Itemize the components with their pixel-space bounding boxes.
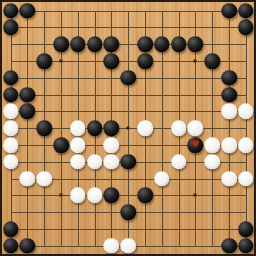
- black-stone: [137, 188, 153, 204]
- grid-line-vertical: [229, 11, 230, 246]
- black-stone: [221, 70, 237, 86]
- white-stone: [104, 137, 120, 153]
- white-stone: [3, 104, 19, 120]
- black-stone: [238, 20, 254, 36]
- black-stone: [120, 154, 136, 170]
- black-stone: [188, 36, 204, 52]
- white-stone: [204, 137, 220, 153]
- white-stone: [3, 120, 19, 136]
- grid-line-vertical: [246, 11, 247, 246]
- white-stone: [154, 171, 170, 187]
- white-stone: [221, 104, 237, 120]
- black-stone: [20, 238, 36, 254]
- black-stone: [120, 70, 136, 86]
- black-stone: [104, 36, 120, 52]
- black-stone: [87, 120, 103, 136]
- white-stone: [238, 104, 254, 120]
- white-stone: [70, 137, 86, 153]
- star-point: [60, 60, 63, 63]
- white-stone: [137, 120, 153, 136]
- black-stone: [3, 70, 19, 86]
- black-stone: [221, 3, 237, 19]
- black-stone: [154, 36, 170, 52]
- black-stone: [238, 3, 254, 19]
- white-stone: [238, 137, 254, 153]
- white-stone: [104, 238, 120, 254]
- black-stone: [70, 36, 86, 52]
- grid-line-vertical: [212, 11, 213, 246]
- black-stone: [171, 36, 187, 52]
- black-stone: [204, 53, 220, 69]
- black-stone: [188, 137, 204, 153]
- black-stone: [36, 53, 52, 69]
- white-stone: [70, 154, 86, 170]
- white-stone: [221, 137, 237, 153]
- black-stone: [137, 36, 153, 52]
- black-stone: [104, 120, 120, 136]
- white-stone: [188, 120, 204, 136]
- star-point: [194, 60, 197, 63]
- white-stone: [104, 154, 120, 170]
- star-point: [60, 194, 63, 197]
- white-stone: [36, 171, 52, 187]
- black-stone: [3, 3, 19, 19]
- white-stone: [3, 154, 19, 170]
- black-stone: [20, 3, 36, 19]
- black-stone: [238, 238, 254, 254]
- white-stone: [204, 154, 220, 170]
- black-stone: [221, 87, 237, 103]
- black-stone: [20, 87, 36, 103]
- black-stone: [104, 53, 120, 69]
- white-stone: [3, 137, 19, 153]
- white-stone: [70, 188, 86, 204]
- black-stone: [3, 87, 19, 103]
- black-stone: [137, 53, 153, 69]
- grid-line-horizontal: [11, 195, 246, 196]
- black-stone: [120, 204, 136, 220]
- black-stone: [3, 20, 19, 36]
- black-stone: [221, 238, 237, 254]
- black-stone: [53, 137, 69, 153]
- black-stone: [36, 120, 52, 136]
- white-stone: [87, 154, 103, 170]
- white-stone: [70, 120, 86, 136]
- star-point: [194, 194, 197, 197]
- black-stone: [3, 221, 19, 237]
- white-stone: [221, 171, 237, 187]
- white-stone: [238, 171, 254, 187]
- go-app-window: ♥: [0, 0, 256, 256]
- grid-line-horizontal: [11, 229, 246, 230]
- white-stone: [171, 154, 187, 170]
- white-stone: [20, 171, 36, 187]
- black-stone: [87, 36, 103, 52]
- black-stone: [238, 221, 254, 237]
- white-stone: [87, 188, 103, 204]
- black-stone: [53, 36, 69, 52]
- black-stone: [3, 238, 19, 254]
- star-point: [127, 127, 130, 130]
- white-stone: [120, 238, 136, 254]
- white-stone: [171, 120, 187, 136]
- go-board[interactable]: ♥: [0, 0, 256, 256]
- black-stone: [20, 104, 36, 120]
- black-stone: [104, 188, 120, 204]
